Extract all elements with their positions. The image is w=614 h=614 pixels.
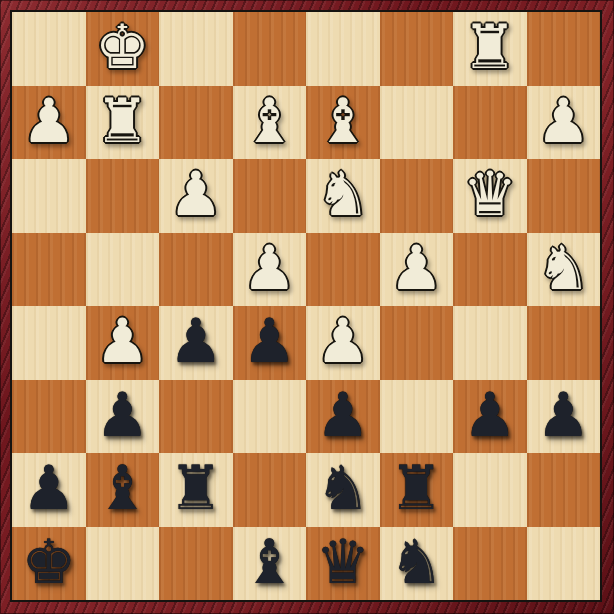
square-e2[interactable]: ♞: [306, 453, 380, 527]
piece-white-pawn[interactable]: ♟: [95, 310, 150, 371]
piece-black-king[interactable]: ♚: [21, 531, 76, 592]
square-f5[interactable]: ♟: [380, 233, 454, 307]
square-f1[interactable]: ♞: [380, 527, 454, 601]
piece-white-pawn[interactable]: ♟: [21, 90, 76, 151]
square-d2[interactable]: [233, 453, 307, 527]
square-e7[interactable]: ♝: [306, 86, 380, 160]
piece-black-pawn[interactable]: ♟: [95, 384, 150, 445]
square-g5[interactable]: [453, 233, 527, 307]
square-c3[interactable]: [159, 380, 233, 454]
square-g4[interactable]: [453, 306, 527, 380]
square-a2[interactable]: ♟: [12, 453, 86, 527]
square-e3[interactable]: ♟: [306, 380, 380, 454]
square-e8[interactable]: [306, 12, 380, 86]
square-h3[interactable]: ♟: [527, 380, 601, 454]
piece-black-knight[interactable]: ♞: [389, 531, 444, 592]
piece-black-pawn[interactable]: ♟: [21, 457, 76, 518]
square-d7[interactable]: ♝: [233, 86, 307, 160]
square-f4[interactable]: [380, 306, 454, 380]
square-g6[interactable]: ♛: [453, 159, 527, 233]
square-d5[interactable]: ♟: [233, 233, 307, 307]
square-h7[interactable]: ♟: [527, 86, 601, 160]
square-c8[interactable]: [159, 12, 233, 86]
piece-white-pawn[interactable]: ♟: [536, 90, 591, 151]
square-d6[interactable]: [233, 159, 307, 233]
piece-white-pawn[interactable]: ♟: [389, 237, 444, 298]
board-frame: ♚♜♟♜♝♝♟♟♞♛♟♟♞♟♟♟♟♟♟♟♟♟♝♜♞♜♚♝♛♞: [0, 0, 614, 614]
piece-black-pawn[interactable]: ♟: [242, 310, 297, 371]
square-e1[interactable]: ♛: [306, 527, 380, 601]
piece-black-rook[interactable]: ♜: [389, 457, 444, 518]
square-c5[interactable]: [159, 233, 233, 307]
piece-black-pawn[interactable]: ♟: [315, 384, 370, 445]
square-c2[interactable]: ♜: [159, 453, 233, 527]
square-h8[interactable]: [527, 12, 601, 86]
square-b7[interactable]: ♜: [86, 86, 160, 160]
square-d8[interactable]: [233, 12, 307, 86]
square-f7[interactable]: [380, 86, 454, 160]
square-d4[interactable]: ♟: [233, 306, 307, 380]
square-b2[interactable]: ♝: [86, 453, 160, 527]
square-a6[interactable]: [12, 159, 86, 233]
square-g2[interactable]: [453, 453, 527, 527]
square-f8[interactable]: [380, 12, 454, 86]
square-h6[interactable]: [527, 159, 601, 233]
square-g3[interactable]: ♟: [453, 380, 527, 454]
square-b1[interactable]: [86, 527, 160, 601]
piece-white-queen[interactable]: ♛: [462, 163, 517, 224]
square-f6[interactable]: [380, 159, 454, 233]
square-a4[interactable]: [12, 306, 86, 380]
piece-white-bishop[interactable]: ♝: [242, 90, 297, 151]
piece-black-queen[interactable]: ♛: [315, 531, 370, 592]
square-h1[interactable]: [527, 527, 601, 601]
piece-black-bishop[interactable]: ♝: [95, 457, 150, 518]
square-f2[interactable]: ♜: [380, 453, 454, 527]
piece-white-knight[interactable]: ♞: [315, 163, 370, 224]
square-c1[interactable]: [159, 527, 233, 601]
chess-app: ♚♜♟♜♝♝♟♟♞♛♟♟♞♟♟♟♟♟♟♟♟♟♝♜♞♜♚♝♛♞: [0, 0, 614, 614]
square-g7[interactable]: [453, 86, 527, 160]
piece-white-pawn[interactable]: ♟: [242, 237, 297, 298]
square-b3[interactable]: ♟: [86, 380, 160, 454]
piece-white-knight[interactable]: ♞: [536, 237, 591, 298]
square-a8[interactable]: [12, 12, 86, 86]
piece-black-bishop[interactable]: ♝: [242, 531, 297, 592]
piece-black-knight[interactable]: ♞: [315, 457, 370, 518]
square-b6[interactable]: [86, 159, 160, 233]
square-e5[interactable]: [306, 233, 380, 307]
square-c6[interactable]: ♟: [159, 159, 233, 233]
square-e4[interactable]: ♟: [306, 306, 380, 380]
square-d1[interactable]: ♝: [233, 527, 307, 601]
square-a1[interactable]: ♚: [12, 527, 86, 601]
square-b8[interactable]: ♚: [86, 12, 160, 86]
square-g1[interactable]: [453, 527, 527, 601]
square-a5[interactable]: [12, 233, 86, 307]
square-f3[interactable]: [380, 380, 454, 454]
piece-white-bishop[interactable]: ♝: [315, 90, 370, 151]
square-b5[interactable]: [86, 233, 160, 307]
square-g8[interactable]: ♜: [453, 12, 527, 86]
square-a3[interactable]: [12, 380, 86, 454]
square-b4[interactable]: ♟: [86, 306, 160, 380]
square-h2[interactable]: [527, 453, 601, 527]
piece-white-pawn[interactable]: ♟: [168, 163, 223, 224]
chess-board: ♚♜♟♜♝♝♟♟♞♛♟♟♞♟♟♟♟♟♟♟♟♟♝♜♞♜♚♝♛♞: [10, 10, 602, 602]
piece-white-rook[interactable]: ♜: [95, 90, 150, 151]
square-e6[interactable]: ♞: [306, 159, 380, 233]
square-c7[interactable]: [159, 86, 233, 160]
square-a7[interactable]: ♟: [12, 86, 86, 160]
piece-white-pawn[interactable]: ♟: [315, 310, 370, 371]
piece-black-rook[interactable]: ♜: [168, 457, 223, 518]
piece-black-pawn[interactable]: ♟: [536, 384, 591, 445]
piece-white-king[interactable]: ♚: [95, 16, 150, 77]
piece-black-pawn[interactable]: ♟: [168, 310, 223, 371]
square-d3[interactable]: [233, 380, 307, 454]
piece-black-pawn[interactable]: ♟: [462, 384, 517, 445]
piece-white-rook[interactable]: ♜: [462, 16, 517, 77]
square-h4[interactable]: [527, 306, 601, 380]
square-h5[interactable]: ♞: [527, 233, 601, 307]
square-c4[interactable]: ♟: [159, 306, 233, 380]
